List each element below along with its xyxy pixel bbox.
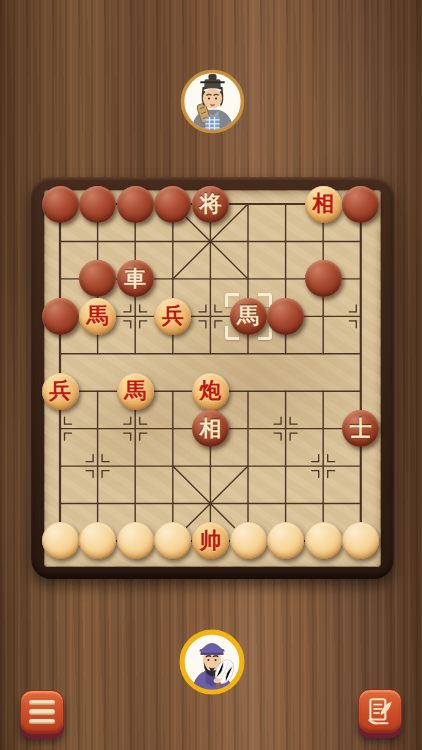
xiangqi-board: 将相車馬兵馬兵馬炮相士帅	[31, 177, 394, 579]
hamburger-menu-icon	[29, 700, 55, 706]
piece-r5-f4[interactable]: 炮	[192, 373, 229, 410]
sage-with-feather-fan-avatar-icon	[179, 629, 245, 695]
top-player-avatar[interactable]	[180, 69, 245, 134]
piece-r9-f0[interactable]	[42, 522, 79, 559]
piece-r9-f7[interactable]	[305, 522, 342, 559]
piece-r3-f3[interactable]: 兵	[154, 298, 191, 335]
scholar-with-scroll-avatar-icon	[180, 69, 245, 134]
piece-r6-f4[interactable]: 相	[192, 410, 229, 447]
piece-r3-f0[interactable]	[42, 298, 79, 335]
record-button[interactable]	[358, 689, 402, 733]
piece-r2-f7[interactable]	[305, 260, 342, 297]
bottom-player-avatar[interactable]	[179, 629, 245, 695]
piece-r9-f5[interactable]	[230, 522, 267, 559]
piece-r0-f4[interactable]: 将	[192, 186, 229, 223]
piece-r9-f2[interactable]	[117, 522, 154, 559]
piece-r3-f6[interactable]	[267, 298, 304, 335]
piece-r0-f3[interactable]	[154, 186, 191, 223]
piece-r3-f1[interactable]: 馬	[79, 298, 116, 335]
piece-r2-f2[interactable]: 車	[117, 260, 154, 297]
piece-r0-f1[interactable]	[79, 186, 116, 223]
piece-r2-f1[interactable]	[79, 260, 116, 297]
piece-r0-f8[interactable]	[342, 186, 379, 223]
piece-r9-f8[interactable]	[342, 522, 379, 559]
piece-r5-f2[interactable]: 馬	[117, 373, 154, 410]
piece-r5-f0[interactable]: 兵	[42, 373, 79, 410]
game-screen: 将相車馬兵馬兵馬炮相士帅	[0, 0, 422, 750]
piece-r9-f3[interactable]	[154, 522, 191, 559]
piece-r9-f1[interactable]	[79, 522, 116, 559]
scroll-and-quill-icon	[364, 695, 396, 727]
piece-r0-f0[interactable]	[42, 186, 79, 223]
pieces-layer: 将相車馬兵馬兵馬炮相士帅	[44, 190, 381, 567]
piece-r0-f2[interactable]	[117, 186, 154, 223]
piece-r9-f6[interactable]	[267, 522, 304, 559]
board-field[interactable]: 将相車馬兵馬兵馬炮相士帅	[44, 190, 381, 567]
piece-r6-f8[interactable]: 士	[342, 410, 379, 447]
piece-r0-f7[interactable]: 相	[305, 186, 342, 223]
piece-r3-f5[interactable]: 馬	[230, 298, 267, 335]
menu-button[interactable]	[20, 690, 64, 734]
piece-r9-f4[interactable]: 帅	[192, 522, 229, 559]
